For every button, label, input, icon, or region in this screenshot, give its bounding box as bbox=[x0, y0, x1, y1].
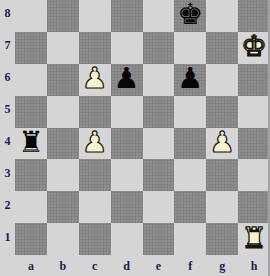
square-g2[interactable] bbox=[206, 191, 238, 223]
square-f4[interactable] bbox=[174, 128, 206, 160]
chess-board: ♚♚♟♟♟♜♟♟♜ bbox=[15, 0, 270, 255]
file-label-c: c bbox=[79, 255, 111, 276]
rank-label-6: 6 bbox=[0, 64, 15, 96]
square-a5[interactable] bbox=[15, 96, 47, 128]
rank-label-7: 7 bbox=[0, 32, 15, 64]
square-g6[interactable] bbox=[206, 64, 238, 96]
square-b6[interactable] bbox=[47, 64, 79, 96]
square-g8[interactable] bbox=[206, 0, 238, 32]
square-f8[interactable]: ♚ bbox=[174, 0, 206, 32]
file-label-h: h bbox=[238, 255, 270, 276]
square-g7[interactable] bbox=[206, 32, 238, 64]
square-h5[interactable] bbox=[238, 96, 270, 128]
rank-label-1: 1 bbox=[0, 223, 15, 255]
file-label-f: f bbox=[174, 255, 206, 276]
square-a1[interactable] bbox=[15, 223, 47, 255]
rank-label-4: 4 bbox=[0, 128, 15, 160]
square-g5[interactable] bbox=[206, 96, 238, 128]
square-d7[interactable] bbox=[111, 32, 143, 64]
square-e1[interactable] bbox=[143, 223, 175, 255]
black-pawn[interactable]: ♟ bbox=[114, 64, 140, 93]
square-f3[interactable] bbox=[174, 159, 206, 191]
square-e3[interactable] bbox=[143, 159, 175, 191]
rank-label-5: 5 bbox=[0, 96, 15, 128]
square-d2[interactable] bbox=[111, 191, 143, 223]
chess-diagram: 87654321 ♚♚♟♟♟♜♟♟♜ abcdefgh bbox=[0, 0, 270, 276]
black-pawn[interactable]: ♟ bbox=[177, 64, 203, 93]
square-b8[interactable] bbox=[47, 0, 79, 32]
square-e4[interactable] bbox=[143, 128, 175, 160]
square-b5[interactable] bbox=[47, 96, 79, 128]
square-e7[interactable] bbox=[143, 32, 175, 64]
square-h6[interactable] bbox=[238, 64, 270, 96]
square-b4[interactable] bbox=[47, 128, 79, 160]
square-h7[interactable]: ♚ bbox=[238, 32, 270, 64]
square-e6[interactable] bbox=[143, 64, 175, 96]
square-a7[interactable] bbox=[15, 32, 47, 64]
rank-label-3: 3 bbox=[0, 159, 15, 191]
square-f6[interactable]: ♟ bbox=[174, 64, 206, 96]
square-d4[interactable] bbox=[111, 128, 143, 160]
black-rook[interactable]: ♜ bbox=[18, 128, 44, 157]
square-a4[interactable]: ♜ bbox=[15, 128, 47, 160]
square-h2[interactable] bbox=[238, 191, 270, 223]
square-b1[interactable] bbox=[47, 223, 79, 255]
square-b3[interactable] bbox=[47, 159, 79, 191]
square-f5[interactable] bbox=[174, 96, 206, 128]
square-c8[interactable] bbox=[79, 0, 111, 32]
square-d3[interactable] bbox=[111, 159, 143, 191]
square-b2[interactable] bbox=[47, 191, 79, 223]
file-label-d: d bbox=[111, 255, 143, 276]
square-c5[interactable] bbox=[79, 96, 111, 128]
square-f7[interactable] bbox=[174, 32, 206, 64]
square-f2[interactable] bbox=[174, 191, 206, 223]
square-h3[interactable] bbox=[238, 159, 270, 191]
square-h1[interactable]: ♜ bbox=[238, 223, 270, 255]
square-d5[interactable] bbox=[111, 96, 143, 128]
white-pawn[interactable]: ♟ bbox=[82, 64, 108, 93]
file-label-a: a bbox=[15, 255, 47, 276]
file-label-b: b bbox=[47, 255, 79, 276]
square-a6[interactable] bbox=[15, 64, 47, 96]
square-h8[interactable] bbox=[238, 0, 270, 32]
file-label-e: e bbox=[143, 255, 175, 276]
square-c6[interactable]: ♟ bbox=[79, 64, 111, 96]
square-e5[interactable] bbox=[143, 96, 175, 128]
square-c7[interactable] bbox=[79, 32, 111, 64]
rank-labels: 87654321 bbox=[0, 0, 15, 255]
square-h4[interactable] bbox=[238, 128, 270, 160]
square-f1[interactable] bbox=[174, 223, 206, 255]
square-e2[interactable] bbox=[143, 191, 175, 223]
square-c3[interactable] bbox=[79, 159, 111, 191]
square-d1[interactable] bbox=[111, 223, 143, 255]
square-c1[interactable] bbox=[79, 223, 111, 255]
rank-label-2: 2 bbox=[0, 191, 15, 223]
square-d8[interactable] bbox=[111, 0, 143, 32]
square-a8[interactable] bbox=[15, 0, 47, 32]
square-g1[interactable] bbox=[206, 223, 238, 255]
square-a2[interactable] bbox=[15, 191, 47, 223]
rank-label-8: 8 bbox=[0, 0, 15, 32]
square-c4[interactable]: ♟ bbox=[79, 128, 111, 160]
white-pawn[interactable]: ♟ bbox=[209, 128, 235, 157]
square-g4[interactable]: ♟ bbox=[206, 128, 238, 160]
square-a3[interactable] bbox=[15, 159, 47, 191]
square-b7[interactable] bbox=[47, 32, 79, 64]
square-c2[interactable] bbox=[79, 191, 111, 223]
square-g3[interactable] bbox=[206, 159, 238, 191]
square-d6[interactable]: ♟ bbox=[111, 64, 143, 96]
white-king[interactable]: ♚ bbox=[241, 32, 267, 61]
file-labels: abcdefgh bbox=[15, 255, 270, 276]
file-label-g: g bbox=[206, 255, 238, 276]
black-king[interactable]: ♚ bbox=[177, 0, 203, 29]
white-pawn[interactable]: ♟ bbox=[82, 128, 108, 157]
square-e8[interactable] bbox=[143, 0, 175, 32]
white-rook[interactable]: ♜ bbox=[241, 224, 267, 253]
